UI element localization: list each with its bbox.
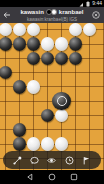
white-stone — [27, 137, 41, 151]
network-signal-icon — [79, 1, 85, 7]
black-stone — [69, 52, 83, 66]
black-stone — [27, 52, 41, 66]
recents-square-icon[interactable] — [70, 173, 78, 181]
white-stone — [27, 23, 41, 37]
go-board[interactable] — [0, 23, 104, 170]
black-stone — [41, 109, 55, 123]
black-stone — [55, 52, 69, 66]
white-stone — [69, 23, 83, 37]
black-stone — [0, 66, 12, 80]
white-stone — [0, 23, 12, 37]
app-bar: kawasin kranbael kawasin:kranbael(B) IGS — [0, 7, 104, 23]
black-stone — [13, 80, 27, 94]
clock-time: 9:44 — [92, 0, 102, 7]
tree-icon[interactable] — [13, 156, 22, 165]
black-stone — [41, 52, 55, 66]
black-player-name: kawasin — [20, 9, 43, 15]
last-move-ring — [57, 96, 67, 106]
game-title: kawasin kranbael — [14, 8, 90, 16]
black-stone — [13, 137, 27, 151]
battery-icon — [86, 1, 90, 7]
game-subtitle: kawasin:kranbael(B) IGS — [0, 17, 104, 22]
white-stone — [13, 23, 27, 37]
black-stone-last-move — [52, 92, 71, 111]
close-icon[interactable] — [92, 11, 100, 19]
white-stone — [27, 80, 41, 94]
clock-icon[interactable] — [65, 156, 74, 165]
white-stone — [55, 137, 69, 151]
black-stone — [27, 37, 41, 51]
white-stone — [83, 23, 97, 37]
go-app-screen: 9:44 kawasin kranbael kawasin:kranbael(B… — [0, 0, 104, 184]
home-circle-icon[interactable] — [48, 173, 56, 181]
back-triangle-icon[interactable] — [26, 173, 34, 181]
flag-icon[interactable] — [82, 156, 91, 165]
eye-icon[interactable] — [47, 156, 56, 165]
white-player-name: kranbael — [59, 9, 84, 15]
android-nav-bar — [0, 170, 104, 184]
black-stone — [0, 37, 12, 51]
board-grid-vline — [89, 23, 90, 170]
board-grid-vline — [103, 23, 104, 170]
game-toolbar — [3, 151, 101, 169]
black-white-stones-icon — [46, 9, 57, 15]
black-stone — [13, 123, 27, 137]
white-stone — [55, 109, 69, 123]
status-bar: 9:44 — [0, 0, 104, 7]
black-stone — [13, 37, 27, 51]
white-stone — [41, 37, 55, 51]
black-stone — [69, 37, 83, 51]
white-stone — [41, 137, 55, 151]
white-stone — [55, 37, 69, 51]
chat-icon[interactable] — [30, 156, 39, 165]
board-grid-hline — [0, 72, 104, 73]
